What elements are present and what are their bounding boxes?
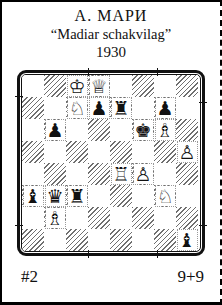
square-g6: ♗ [154,119,176,141]
frame-tick [199,225,207,226]
square-h6 [176,119,198,141]
white-knight-g3: ♘ [156,186,175,206]
black-king-f6: ♚ [134,120,153,140]
diagram-footer: #2 9+9 [21,267,204,287]
square-f5 [132,141,154,163]
square-e1 [110,229,132,251]
square-f8 [132,75,154,97]
frame-tick [88,250,89,258]
square-f1 [132,229,154,251]
square-e6 [110,119,132,141]
square-f2 [132,207,154,229]
square-e7: ♜ [110,97,132,119]
square-d3 [88,185,110,207]
board-border-inner: ♔♕♘♟♜♟♟♚♗♙♖♙♝♛♜♘♗♝ [21,74,201,252]
square-e2 [110,207,132,229]
square-d1 [88,229,110,251]
white-queen-d8: ♕ [90,76,109,96]
square-a7 [22,97,44,119]
frame-tick [15,225,23,226]
square-f4: ♙ [132,163,154,185]
stipulation-mate-in-2: #2 [21,267,38,287]
white-bishop-g6: ♗ [156,120,175,140]
diagram-header: А. МАРИ “Madiar schakvilag” 1930 [2,7,220,61]
square-f7 [132,97,154,119]
frame-tick [88,68,89,76]
square-b8 [44,75,66,97]
square-a5 [22,141,44,163]
square-a2 [22,207,44,229]
square-c2 [66,207,88,229]
black-rook-e7: ♜ [112,98,131,118]
square-a4 [22,163,44,185]
frame-tick [157,250,158,258]
square-h3 [176,185,198,207]
square-g2 [154,207,176,229]
square-c8: ♔ [66,75,88,97]
square-b6: ♟ [44,119,66,141]
white-rook-e4: ♖ [112,164,131,184]
frame-tick [15,96,23,97]
chessboard: ♔♕♘♟♜♟♟♚♗♙♖♙♝♛♜♘♗♝ [17,70,205,256]
square-g4 [154,163,176,185]
square-d8: ♕ [88,75,110,97]
square-d6 [88,119,110,141]
square-c3: ♜ [66,185,88,207]
square-g3: ♘ [154,185,176,207]
square-e3 [110,185,132,207]
square-a3: ♝ [22,185,44,207]
black-pawn-g7: ♟ [156,98,175,118]
white-king-c8: ♔ [68,76,87,96]
square-d2 [88,207,110,229]
square-c4 [66,163,88,185]
black-pawn-b6: ♟ [46,120,65,140]
square-b1 [44,229,66,251]
board-grid: ♔♕♘♟♜♟♟♚♗♙♖♙♝♛♜♘♗♝ [22,75,200,251]
white-knight-c7: ♘ [68,98,87,118]
black-bishop-a3: ♝ [24,186,43,206]
publication-year: 1930 [2,44,220,61]
square-a8 [22,75,44,97]
square-b4 [44,163,66,185]
black-pawn-d7: ♟ [90,98,109,118]
source-title: “Madiar schakvilag” [2,26,220,43]
square-f3 [132,185,154,207]
square-h1: ♝ [176,229,198,251]
problem-diagram-page: А. МАРИ “Madiar schakvilag” 1930 ♔♕♘♟♜♟♟… [0,0,222,305]
square-c7: ♘ [66,97,88,119]
frame-tick [199,102,207,103]
material-count: 9+9 [177,267,204,287]
square-a6 [22,119,44,141]
square-b5 [44,141,66,163]
square-g1 [154,229,176,251]
frame-tick [157,68,158,76]
square-b2: ♗ [44,207,66,229]
square-h2 [176,207,198,229]
square-d5 [88,141,110,163]
white-pawn-h5: ♙ [178,142,197,162]
square-f6: ♚ [132,119,154,141]
square-h5: ♙ [176,141,198,163]
square-d7: ♟ [88,97,110,119]
author-name: А. МАРИ [2,7,220,25]
black-bishop-h1: ♝ [178,230,197,250]
square-h8 [176,75,198,97]
square-g8 [154,75,176,97]
square-c6 [66,119,88,141]
square-a1 [22,229,44,251]
black-queen-b3: ♛ [46,186,65,206]
square-d4 [88,163,110,185]
square-e4: ♖ [110,163,132,185]
white-pawn-f4: ♙ [134,164,153,184]
square-e5 [110,141,132,163]
square-h4 [176,163,198,185]
black-rook-c3: ♜ [68,186,87,206]
square-c1 [66,229,88,251]
square-h7 [176,97,198,119]
square-c5 [66,141,88,163]
square-g7: ♟ [154,97,176,119]
square-b7 [44,97,66,119]
square-e8 [110,75,132,97]
square-g5 [154,141,176,163]
white-bishop-b2: ♗ [46,208,65,228]
square-b3: ♛ [44,185,66,207]
